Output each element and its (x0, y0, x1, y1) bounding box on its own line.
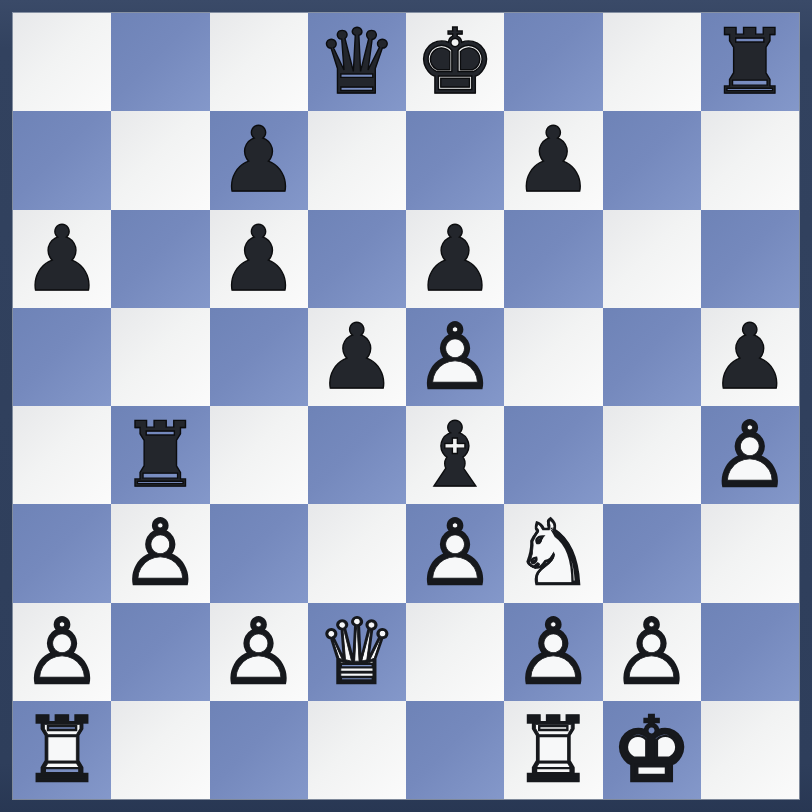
square-f8[interactable] (504, 13, 602, 111)
black-pawn[interactable]: ♟ (308, 308, 406, 406)
square-a7[interactable] (13, 111, 111, 209)
white-rook[interactable]: ♜♖ (13, 701, 111, 799)
square-e4[interactable]: ♝ (406, 406, 504, 504)
black-king-glyph: ♚ (415, 17, 496, 107)
square-e3[interactable]: ♟♙ (406, 504, 504, 602)
board-frame: ♛♚♜♟♟♟♟♟♟♟♙♟♜♝♟♙♟♙♟♙♞♘♟♙♟♙♛♕♟♙♟♙♜♖♜♖♚♔ (0, 0, 812, 812)
white-pawn[interactable]: ♟♙ (111, 504, 209, 602)
white-king-outline: ♔ (611, 705, 692, 795)
square-f4[interactable] (504, 406, 602, 504)
square-d6[interactable] (308, 210, 406, 308)
white-queen[interactable]: ♛♕ (308, 603, 406, 701)
white-pawn-outline: ♙ (22, 607, 103, 697)
square-b7[interactable] (111, 111, 209, 209)
square-e8[interactable]: ♚ (406, 13, 504, 111)
black-bishop[interactable]: ♝ (406, 406, 504, 504)
square-h8[interactable]: ♜ (701, 13, 799, 111)
white-pawn-outline: ♙ (120, 508, 201, 598)
square-g2[interactable]: ♟♙ (603, 603, 701, 701)
square-e5[interactable]: ♟♙ (406, 308, 504, 406)
white-pawn-outline: ♙ (611, 607, 692, 697)
white-rook[interactable]: ♜♖ (504, 701, 602, 799)
square-f2[interactable]: ♟♙ (504, 603, 602, 701)
square-d3[interactable] (308, 504, 406, 602)
white-king[interactable]: ♚♔ (603, 701, 701, 799)
black-bishop-glyph: ♝ (415, 410, 496, 500)
black-rook-glyph: ♜ (120, 410, 201, 500)
square-b3[interactable]: ♟♙ (111, 504, 209, 602)
square-a8[interactable] (13, 13, 111, 111)
black-pawn[interactable]: ♟ (210, 210, 308, 308)
square-d4[interactable] (308, 406, 406, 504)
square-g4[interactable] (603, 406, 701, 504)
square-e6[interactable]: ♟ (406, 210, 504, 308)
square-d2[interactable]: ♛♕ (308, 603, 406, 701)
white-pawn[interactable]: ♟♙ (406, 308, 504, 406)
black-queen-glyph: ♛ (317, 17, 398, 107)
square-b4[interactable]: ♜ (111, 406, 209, 504)
square-b1[interactable] (111, 701, 209, 799)
square-c5[interactable] (210, 308, 308, 406)
black-pawn-glyph: ♟ (710, 312, 791, 402)
square-d1[interactable] (308, 701, 406, 799)
black-pawn[interactable]: ♟ (13, 210, 111, 308)
square-c7[interactable]: ♟ (210, 111, 308, 209)
square-a3[interactable] (13, 504, 111, 602)
square-c2[interactable]: ♟♙ (210, 603, 308, 701)
black-queen[interactable]: ♛ (308, 13, 406, 111)
black-rook[interactable]: ♜ (701, 13, 799, 111)
white-pawn-outline: ♙ (218, 607, 299, 697)
white-rook-outline: ♖ (22, 705, 103, 795)
square-h6[interactable] (701, 210, 799, 308)
square-a5[interactable] (13, 308, 111, 406)
black-pawn[interactable]: ♟ (701, 308, 799, 406)
square-f7[interactable]: ♟ (504, 111, 602, 209)
square-g5[interactable] (603, 308, 701, 406)
white-pawn[interactable]: ♟♙ (406, 504, 504, 602)
black-pawn-glyph: ♟ (218, 214, 299, 304)
square-d5[interactable]: ♟ (308, 308, 406, 406)
square-f3[interactable]: ♞♘ (504, 504, 602, 602)
square-a6[interactable]: ♟ (13, 210, 111, 308)
square-g7[interactable] (603, 111, 701, 209)
square-c4[interactable] (210, 406, 308, 504)
white-pawn-outline: ♙ (415, 312, 496, 402)
square-b5[interactable] (111, 308, 209, 406)
square-h4[interactable]: ♟♙ (701, 406, 799, 504)
white-pawn[interactable]: ♟♙ (504, 603, 602, 701)
white-queen-outline: ♕ (317, 607, 398, 697)
white-pawn[interactable]: ♟♙ (701, 406, 799, 504)
black-pawn-glyph: ♟ (317, 312, 398, 402)
square-g3[interactable] (603, 504, 701, 602)
square-a2[interactable]: ♟♙ (13, 603, 111, 701)
black-pawn-glyph: ♟ (218, 115, 299, 205)
square-f1[interactable]: ♜♖ (504, 701, 602, 799)
black-pawn-glyph: ♟ (415, 214, 496, 304)
square-f5[interactable] (504, 308, 602, 406)
square-g6[interactable] (603, 210, 701, 308)
square-c1[interactable] (210, 701, 308, 799)
square-b8[interactable] (111, 13, 209, 111)
square-a4[interactable] (13, 406, 111, 504)
square-b6[interactable] (111, 210, 209, 308)
square-h2[interactable] (701, 603, 799, 701)
white-pawn-outline: ♙ (415, 508, 496, 598)
square-h7[interactable] (701, 111, 799, 209)
square-e2[interactable] (406, 603, 504, 701)
black-pawn[interactable]: ♟ (504, 111, 602, 209)
black-king[interactable]: ♚ (406, 13, 504, 111)
white-pawn[interactable]: ♟♙ (603, 603, 701, 701)
square-g1[interactable]: ♚♔ (603, 701, 701, 799)
square-d8[interactable]: ♛ (308, 13, 406, 111)
white-pawn-outline: ♙ (513, 607, 594, 697)
square-h1[interactable] (701, 701, 799, 799)
black-pawn-glyph: ♟ (22, 214, 103, 304)
square-h5[interactable]: ♟ (701, 308, 799, 406)
chess-board: ♛♚♜♟♟♟♟♟♟♟♙♟♜♝♟♙♟♙♟♙♞♘♟♙♟♙♛♕♟♙♟♙♜♖♜♖♚♔ (13, 13, 799, 799)
black-pawn[interactable]: ♟ (406, 210, 504, 308)
white-pawn[interactable]: ♟♙ (13, 603, 111, 701)
square-e7[interactable] (406, 111, 504, 209)
square-c3[interactable] (210, 504, 308, 602)
chess-app-window: ♛♚♜♟♟♟♟♟♟♟♙♟♜♝♟♙♟♙♟♙♞♘♟♙♟♙♛♕♟♙♟♙♜♖♜♖♚♔ (0, 0, 812, 812)
square-d7[interactable] (308, 111, 406, 209)
square-b2[interactable] (111, 603, 209, 701)
black-pawn-glyph: ♟ (513, 115, 594, 205)
square-c6[interactable]: ♟ (210, 210, 308, 308)
black-rook[interactable]: ♜ (111, 406, 209, 504)
white-knight-outline: ♘ (513, 508, 594, 598)
white-knight[interactable]: ♞♘ (504, 504, 602, 602)
white-pawn-outline: ♙ (710, 410, 791, 500)
white-pawn[interactable]: ♟♙ (210, 603, 308, 701)
square-e1[interactable] (406, 701, 504, 799)
black-rook-glyph: ♜ (710, 17, 791, 107)
square-f6[interactable] (504, 210, 602, 308)
square-a1[interactable]: ♜♖ (13, 701, 111, 799)
white-rook-outline: ♖ (513, 705, 594, 795)
square-h3[interactable] (701, 504, 799, 602)
black-pawn[interactable]: ♟ (210, 111, 308, 209)
square-g8[interactable] (603, 13, 701, 111)
square-c8[interactable] (210, 13, 308, 111)
